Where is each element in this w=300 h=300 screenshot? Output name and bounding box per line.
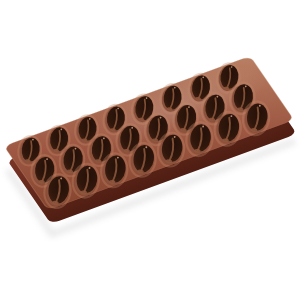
mold-scene <box>0 0 300 300</box>
product-photo <box>0 0 300 300</box>
